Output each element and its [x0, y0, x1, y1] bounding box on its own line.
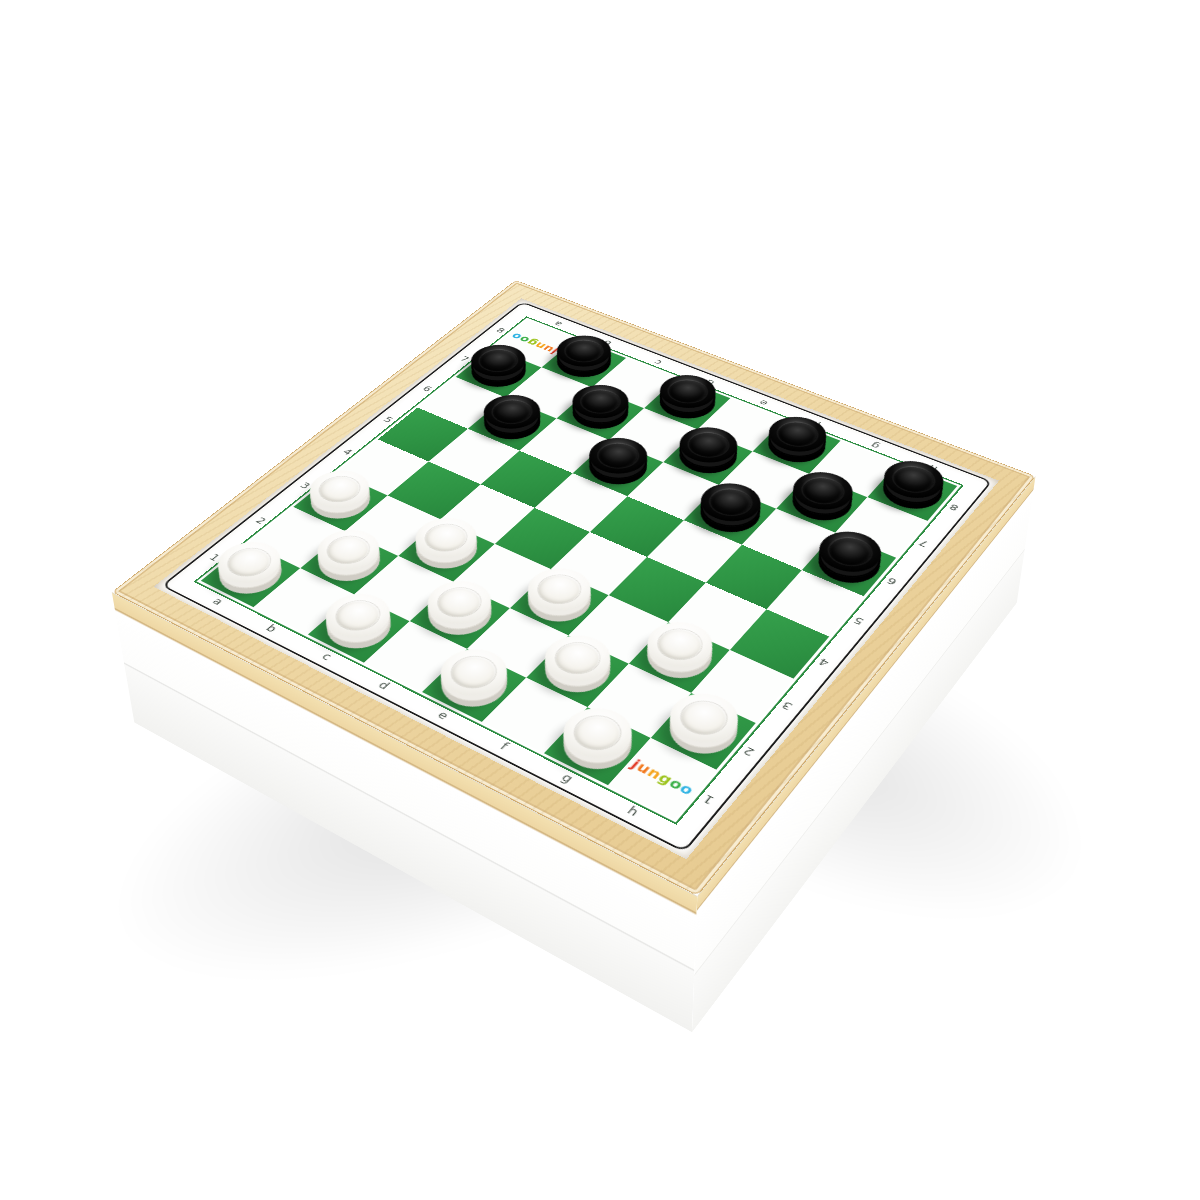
product-photo-page: 87654321 87654321 abcdefgh abcdefgh jung… [0, 0, 1200, 1200]
scene: 87654321 87654321 abcdefgh abcdefgh jung… [0, 0, 1200, 1200]
